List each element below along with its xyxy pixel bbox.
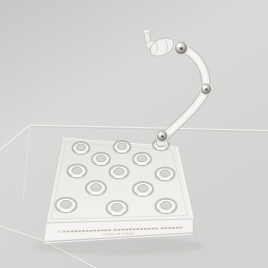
joint-screw (157, 131, 167, 141)
stand-scene: ©▪▪▪▪▪▪▪▪▪▪▪▪▪ ▪▪▪▪▪▪▪▪▪▪▪▪ ▪▪▪▪▪▪ MADE … (0, 0, 268, 268)
product-photo-figure-stand: ©▪▪▪▪▪▪▪▪▪▪▪▪▪ ▪▪▪▪▪▪▪▪▪▪▪▪ ▪▪▪▪▪▪ MADE … (0, 0, 268, 268)
peg-hole (133, 153, 152, 167)
peg-hole (55, 198, 77, 214)
peg-hole (155, 199, 177, 215)
peg-hole (92, 153, 111, 167)
peg-hole (109, 166, 129, 180)
peg-hole (113, 141, 131, 154)
peg-hole (72, 142, 90, 155)
peg-hole (133, 182, 154, 197)
peg-hole (67, 165, 87, 179)
base-plate: ©▪▪▪▪▪▪▪▪▪▪▪▪▪ ▪▪▪▪▪▪▪▪▪▪▪▪ ▪▪▪▪▪▪ MADE … (44, 138, 193, 243)
joint-screw (175, 42, 187, 54)
peg-hole (155, 168, 175, 182)
peg-hole (86, 181, 107, 196)
joint-screw (201, 84, 211, 94)
peg-hole (106, 201, 128, 217)
